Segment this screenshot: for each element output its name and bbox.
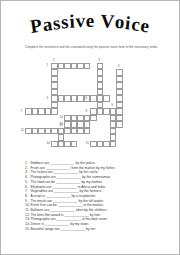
sentence-text: Beautiful songs are _____________ by her… xyxy=(31,227,97,231)
sentence-text: Vegetables are _____________ by the farm… xyxy=(31,189,103,193)
crossword-grid: 123456789101112131415 xyxy=(1,1,180,156)
sentence-text: Photographs are _____________ by the cam… xyxy=(31,175,112,179)
sentence-text: The food can be _____________ by my moth… xyxy=(31,180,103,184)
word-number-label: 14 xyxy=(47,142,50,145)
word-number-label: 6 xyxy=(86,97,88,100)
sentence-text: The tickets are _____________ by her unc… xyxy=(31,170,99,174)
crossword-cell xyxy=(103,95,110,102)
worksheet-page: Passive Voice Complete the sentences and… xyxy=(0,0,180,255)
word-number-label: 3 xyxy=(98,59,100,62)
sentence-text: Dinner is _____________ by my sister. xyxy=(31,222,90,226)
sentence-text: Photographs are _____________ in the dar… xyxy=(31,217,108,221)
sentence-text: The best film award is _____________ by … xyxy=(31,213,101,217)
word-number-label: 5 xyxy=(47,97,49,100)
sentence-text: Balloons are _____________ often by the … xyxy=(31,208,108,212)
word-number-label: 12 xyxy=(21,129,24,132)
sentence-text: Robbers are _____________ by the police. xyxy=(31,161,96,165)
sentence-text: Fruits are _____________ from the market… xyxy=(31,166,116,170)
crossword-cell xyxy=(84,63,91,70)
word-number-label: 9 xyxy=(111,104,113,107)
crossword-cell xyxy=(90,115,97,122)
word-number-label: 8 xyxy=(86,110,88,113)
word-number-label: 15 xyxy=(86,142,89,145)
sentence-list: 1.Robbers are _____________ by the polic… xyxy=(25,161,165,232)
crossword-cell xyxy=(84,128,91,135)
crossword-cell xyxy=(116,121,123,128)
sentence-text: A script is _____________ by a scriptwri… xyxy=(31,194,96,198)
word-number-label: 2 xyxy=(53,59,55,62)
word-number-label: 7 xyxy=(21,110,23,113)
crossword-cell xyxy=(45,108,52,115)
crossword-cell xyxy=(51,141,58,148)
crossword-cell xyxy=(90,95,97,102)
sentence-text: Elephants are _____________ in Africa an… xyxy=(31,185,106,189)
crossword-cell xyxy=(110,141,117,148)
sentence-text: The meals are _____________ by the tall … xyxy=(31,199,104,203)
word-number-label: 10 xyxy=(60,116,63,119)
crossword-cell xyxy=(71,141,78,148)
sentence-text: Fresh fruit can be _____________ in the … xyxy=(31,203,104,207)
crossword-cell xyxy=(51,108,58,115)
word-number-label: 1 xyxy=(47,64,49,67)
word-number-label: 4 xyxy=(118,65,120,68)
sentence-item: 15.Beautiful songs are _____________ by … xyxy=(25,227,165,232)
word-number-label: 13 xyxy=(59,124,62,127)
crossword-cell xyxy=(103,141,110,148)
